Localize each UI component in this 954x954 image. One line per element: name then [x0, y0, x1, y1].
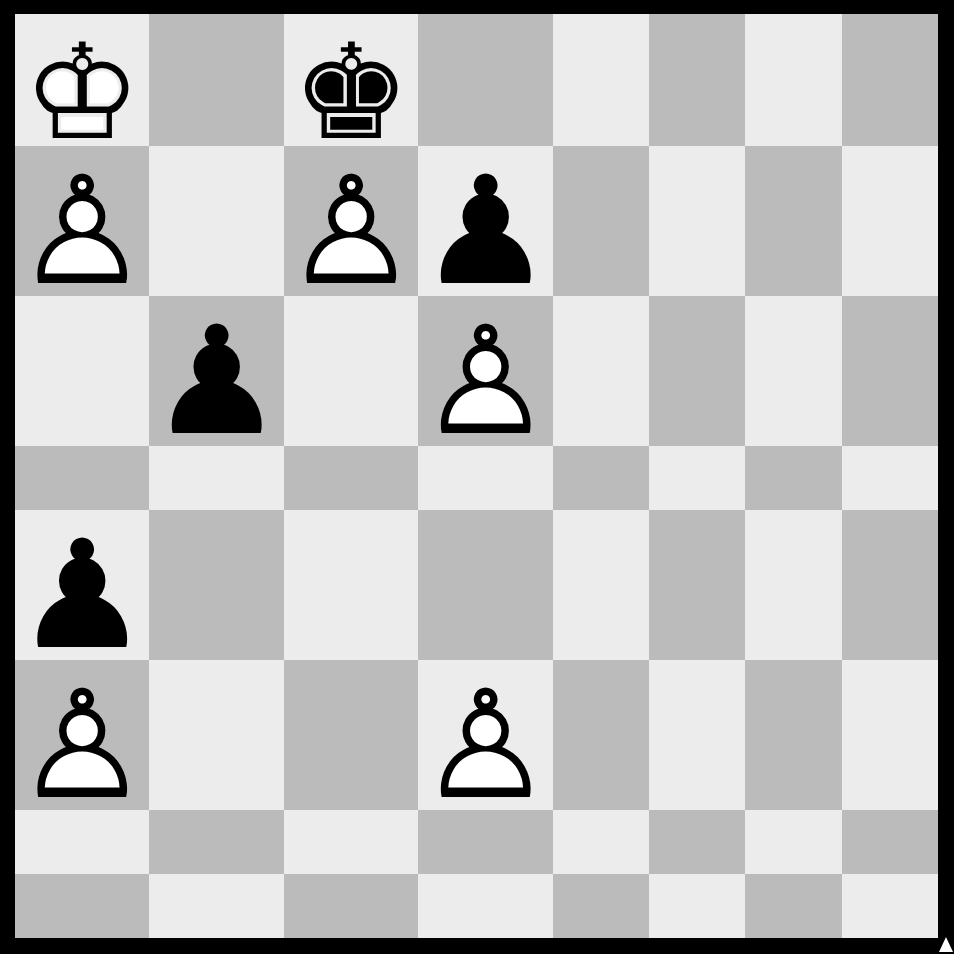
square-a7[interactable]: ♟♙	[15, 146, 149, 296]
white-pawn: ♟♙	[418, 306, 552, 456]
square-h8[interactable]	[842, 14, 938, 146]
white-to-move-indicator	[939, 937, 953, 952]
square-b8[interactable]	[149, 14, 283, 146]
square-f6[interactable]	[649, 296, 745, 446]
square-a6[interactable]	[15, 296, 149, 446]
square-b7[interactable]	[149, 146, 283, 296]
square-d2[interactable]	[418, 810, 552, 874]
square-d6[interactable]: ♟♙	[418, 296, 552, 446]
square-f2[interactable]	[649, 810, 745, 874]
square-a3[interactable]: ♟♙	[15, 660, 149, 810]
square-c1[interactable]	[284, 874, 418, 938]
square-h2[interactable]	[842, 810, 938, 874]
square-g2[interactable]	[745, 810, 841, 874]
square-f4[interactable]	[649, 510, 745, 660]
square-a5[interactable]	[15, 446, 149, 510]
white-pawn: ♟♙	[15, 156, 149, 306]
square-f7[interactable]	[649, 146, 745, 296]
square-g1[interactable]	[745, 874, 841, 938]
square-c2[interactable]	[284, 810, 418, 874]
white-king: ♚♔	[23, 26, 141, 158]
square-g6[interactable]	[745, 296, 841, 446]
chess-board: ♚♔♚♟♙♟♙♟♟♟♙♟♟♙♟♙	[15, 14, 938, 938]
square-c3[interactable]	[284, 660, 418, 810]
square-e8[interactable]	[553, 14, 649, 146]
square-e1[interactable]	[553, 874, 649, 938]
square-a2[interactable]	[15, 810, 149, 874]
square-g3[interactable]	[745, 660, 841, 810]
square-a8[interactable]: ♚♔	[15, 14, 149, 146]
square-e4[interactable]	[553, 510, 649, 660]
square-d7[interactable]: ♟	[418, 146, 552, 296]
square-f3[interactable]	[649, 660, 745, 810]
square-h7[interactable]	[842, 146, 938, 296]
square-g5[interactable]	[745, 446, 841, 510]
white-pawn: ♟♙	[284, 156, 418, 306]
square-e5[interactable]	[553, 446, 649, 510]
white-pawn: ♟♙	[15, 670, 149, 820]
square-f5[interactable]	[649, 446, 745, 510]
black-pawn: ♟	[15, 520, 149, 670]
square-g8[interactable]	[745, 14, 841, 146]
square-f8[interactable]	[649, 14, 745, 146]
square-e7[interactable]	[553, 146, 649, 296]
square-e3[interactable]	[553, 660, 649, 810]
square-e6[interactable]	[553, 296, 649, 446]
square-h6[interactable]	[842, 296, 938, 446]
chess-diagram: ♚♔♚♟♙♟♙♟♟♟♙♟♟♙♟♙	[0, 0, 954, 954]
square-a4[interactable]: ♟	[15, 510, 149, 660]
square-b5[interactable]	[149, 446, 283, 510]
square-d4[interactable]	[418, 510, 552, 660]
square-d1[interactable]	[418, 874, 552, 938]
square-g4[interactable]	[745, 510, 841, 660]
square-c4[interactable]	[284, 510, 418, 660]
square-c7[interactable]: ♟♙	[284, 146, 418, 296]
square-f1[interactable]	[649, 874, 745, 938]
square-h1[interactable]	[842, 874, 938, 938]
square-h5[interactable]	[842, 446, 938, 510]
black-pawn: ♟	[149, 306, 283, 456]
square-c8[interactable]: ♚	[284, 14, 418, 146]
square-b2[interactable]	[149, 810, 283, 874]
square-g7[interactable]	[745, 146, 841, 296]
square-h3[interactable]	[842, 660, 938, 810]
square-c6[interactable]	[284, 296, 418, 446]
square-b1[interactable]	[149, 874, 283, 938]
square-b3[interactable]	[149, 660, 283, 810]
square-e2[interactable]	[553, 810, 649, 874]
square-a1[interactable]	[15, 874, 149, 938]
black-king: ♚	[292, 26, 410, 158]
square-d5[interactable]	[418, 446, 552, 510]
square-h4[interactable]	[842, 510, 938, 660]
square-c5[interactable]	[284, 446, 418, 510]
square-b4[interactable]	[149, 510, 283, 660]
square-d8[interactable]	[418, 14, 552, 146]
black-pawn: ♟	[418, 156, 552, 306]
white-pawn: ♟♙	[418, 670, 552, 820]
square-b6[interactable]: ♟	[149, 296, 283, 446]
square-d3[interactable]: ♟♙	[418, 660, 552, 810]
